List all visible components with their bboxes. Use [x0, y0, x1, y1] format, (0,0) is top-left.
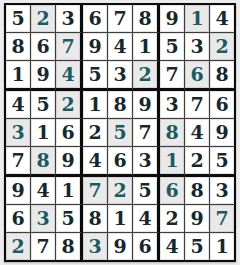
sudoku-cell-r5c7[interactable]: 8: [160, 119, 185, 147]
sudoku-cell-r4c1[interactable]: 4: [6, 91, 31, 119]
sudoku-cell-r5c2[interactable]: 1: [31, 119, 56, 147]
sudoku-cell-r6c5[interactable]: 6: [108, 147, 133, 177]
sudoku-cell-r1c2[interactable]: 2: [31, 5, 56, 33]
sudoku-cell-r1c3[interactable]: 3: [56, 5, 83, 33]
sudoku-cell-r9c2[interactable]: 7: [31, 233, 56, 260]
sudoku-cell-r1c9[interactable]: 4: [210, 5, 234, 33]
sudoku-cell-r6c2[interactable]: 8: [31, 147, 56, 177]
sudoku-cell-r2c5[interactable]: 4: [108, 33, 133, 61]
sudoku-cell-r6c3[interactable]: 9: [56, 147, 83, 177]
sudoku-cell-r2c3[interactable]: 7: [56, 33, 83, 61]
sudoku-cell-r9c6[interactable]: 6: [133, 233, 160, 260]
sudoku-cell-r7c7[interactable]: 6: [160, 177, 185, 205]
sudoku-cell-r7c1[interactable]: 9: [6, 177, 31, 205]
sudoku-cell-r2c6[interactable]: 1: [133, 33, 160, 61]
sudoku-cell-r7c4[interactable]: 7: [83, 177, 108, 205]
sudoku-cell-r9c3[interactable]: 8: [56, 233, 83, 260]
sudoku-cell-r2c2[interactable]: 6: [31, 33, 56, 61]
sudoku-cell-r8c7[interactable]: 2: [160, 205, 185, 233]
sudoku-cell-r4c9[interactable]: 6: [210, 91, 234, 119]
sudoku-cell-r6c8[interactable]: 2: [185, 147, 210, 177]
sudoku-cell-r6c6[interactable]: 3: [133, 147, 160, 177]
sudoku-cell-r4c2[interactable]: 5: [31, 91, 56, 119]
sudoku-cell-r7c2[interactable]: 4: [31, 177, 56, 205]
sudoku-cell-r2c8[interactable]: 3: [185, 33, 210, 61]
sudoku-cell-r7c9[interactable]: 3: [210, 177, 234, 205]
sudoku-cell-r8c9[interactable]: 7: [210, 205, 234, 233]
sudoku-cell-r3c2[interactable]: 9: [31, 61, 56, 91]
sudoku-cell-r3c7[interactable]: 7: [160, 61, 185, 91]
sudoku-cell-r9c5[interactable]: 9: [108, 233, 133, 260]
sudoku-cell-r8c2[interactable]: 3: [31, 205, 56, 233]
sudoku-cell-r2c9[interactable]: 2: [210, 33, 234, 61]
sudoku-cell-r7c5[interactable]: 2: [108, 177, 133, 205]
sudoku-cell-r9c1[interactable]: 2: [6, 233, 31, 260]
sudoku-cell-r8c4[interactable]: 8: [83, 205, 108, 233]
sudoku-cell-r3c1[interactable]: 1: [6, 61, 31, 91]
sudoku-cell-r9c8[interactable]: 5: [185, 233, 210, 260]
sudoku-cell-r3c9[interactable]: 8: [210, 61, 234, 91]
sudoku-cell-r5c5[interactable]: 5: [108, 119, 133, 147]
sudoku-cell-r6c9[interactable]: 5: [210, 147, 234, 177]
sudoku-cell-r7c6[interactable]: 5: [133, 177, 160, 205]
sudoku-cell-r8c3[interactable]: 5: [56, 205, 83, 233]
sudoku-cell-r5c6[interactable]: 7: [133, 119, 160, 147]
sudoku-cell-r5c9[interactable]: 9: [210, 119, 234, 147]
sudoku-cell-r8c8[interactable]: 9: [185, 205, 210, 233]
sudoku-cell-r8c5[interactable]: 1: [108, 205, 133, 233]
sudoku-board: 5236789148679415321945327684521893763162…: [4, 3, 236, 262]
sudoku-cell-r2c7[interactable]: 5: [160, 33, 185, 61]
sudoku-cell-r4c7[interactable]: 3: [160, 91, 185, 119]
sudoku-cell-r1c4[interactable]: 6: [83, 5, 108, 33]
sudoku-cell-r4c3[interactable]: 2: [56, 91, 83, 119]
sudoku-cell-r6c7[interactable]: 1: [160, 147, 185, 177]
sudoku-cell-r5c8[interactable]: 4: [185, 119, 210, 147]
sudoku-cell-r8c1[interactable]: 6: [6, 205, 31, 233]
sudoku-cell-r6c4[interactable]: 4: [83, 147, 108, 177]
sudoku-cell-r1c8[interactable]: 1: [185, 5, 210, 33]
sudoku-cell-r9c7[interactable]: 4: [160, 233, 185, 260]
sudoku-cell-r2c4[interactable]: 9: [83, 33, 108, 61]
sudoku-cell-r3c3[interactable]: 4: [56, 61, 83, 91]
sudoku-cell-r6c1[interactable]: 7: [6, 147, 31, 177]
sudoku-cell-r7c3[interactable]: 1: [56, 177, 83, 205]
sudoku-cell-r3c4[interactable]: 5: [83, 61, 108, 91]
sudoku-cell-r5c3[interactable]: 6: [56, 119, 83, 147]
sudoku-cell-r9c9[interactable]: 1: [210, 233, 234, 260]
sudoku-cell-r8c6[interactable]: 4: [133, 205, 160, 233]
sudoku-cell-r9c4[interactable]: 3: [83, 233, 108, 260]
sudoku-cell-r1c1[interactable]: 5: [6, 5, 31, 33]
sudoku-cell-r7c8[interactable]: 8: [185, 177, 210, 205]
sudoku-cell-r2c1[interactable]: 8: [6, 33, 31, 61]
sudoku-cell-r5c1[interactable]: 3: [6, 119, 31, 147]
sudoku-cell-r3c6[interactable]: 2: [133, 61, 160, 91]
sudoku-cell-r4c8[interactable]: 7: [185, 91, 210, 119]
sudoku-cell-r1c7[interactable]: 9: [160, 5, 185, 33]
sudoku-cell-r4c6[interactable]: 9: [133, 91, 160, 119]
sudoku-cell-r3c8[interactable]: 6: [185, 61, 210, 91]
sudoku-cell-r3c5[interactable]: 3: [108, 61, 133, 91]
sudoku-cell-r1c5[interactable]: 7: [108, 5, 133, 33]
sudoku-cell-r5c4[interactable]: 2: [83, 119, 108, 147]
sudoku-cell-r1c6[interactable]: 8: [133, 5, 160, 33]
sudoku-cell-r4c4[interactable]: 1: [83, 91, 108, 119]
sudoku-cell-r4c5[interactable]: 8: [108, 91, 133, 119]
